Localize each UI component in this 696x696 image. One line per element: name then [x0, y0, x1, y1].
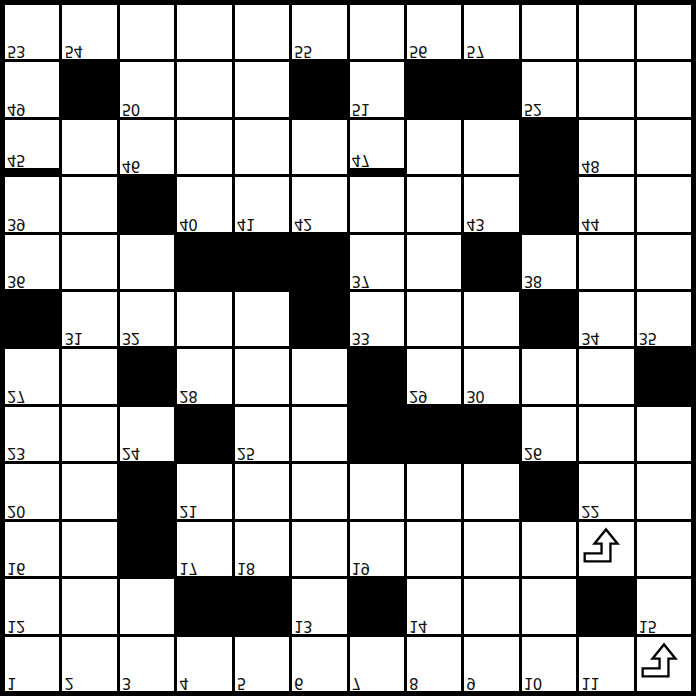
grid-cell-r1c9[interactable]: [522, 579, 576, 633]
clue-number-34: 34: [581, 331, 599, 347]
grid-cell-r2c4[interactable]: 18: [235, 522, 289, 576]
black-cell-r5c11: [637, 350, 691, 404]
clue-number-25: 25: [237, 445, 255, 461]
grid-cell-r11c10[interactable]: [579, 5, 633, 59]
grid-cell-r9c8[interactable]: [464, 120, 518, 174]
clue-number-3: 3: [122, 675, 131, 691]
grid-cell-r0c9[interactable]: 10: [522, 637, 576, 691]
grid-cell-r0c4[interactable]: 5: [235, 637, 289, 691]
grid-cell-r5c1[interactable]: [62, 350, 116, 404]
grid-cell-r5c10[interactable]: [579, 350, 633, 404]
grid-cell-r6c11[interactable]: 35: [637, 292, 691, 346]
grid-cell-r11c2[interactable]: [120, 5, 174, 59]
clue-number-23: 23: [7, 445, 25, 461]
grid-cell-r9c7[interactable]: [407, 120, 461, 174]
grid-cell-r4c5[interactable]: [292, 407, 346, 461]
black-cell-r1c10: [579, 579, 633, 633]
grid-cell-r11c0[interactable]: 53: [5, 5, 59, 59]
black-cell-r4c8: [464, 407, 518, 461]
grid-cell-r8c6[interactable]: [350, 177, 404, 231]
grid-cell-r11c4[interactable]: [235, 5, 289, 59]
grid-cell-r11c5[interactable]: 55: [292, 5, 346, 59]
puzzle-screen: 1234567891011121314151617181920212223242…: [0, 0, 696, 696]
grid-cell-r0c8[interactable]: 9: [464, 637, 518, 691]
grid-cell-r10c11[interactable]: [637, 62, 691, 116]
grid-cell-r2c6[interactable]: 19: [350, 522, 404, 576]
clue-number-45: 45: [7, 152, 25, 168]
clue-number-7: 7: [352, 675, 361, 691]
grid-cell-r9c11[interactable]: [637, 120, 691, 174]
grid-cell-r2c7[interactable]: [407, 522, 461, 576]
black-cell-r4c3: [177, 407, 231, 461]
clue-number-14: 14: [409, 618, 427, 634]
continuation-arrow-icon: [582, 525, 630, 573]
black-cell-r7c4: [235, 235, 289, 289]
black-cell-r9c9: [522, 120, 576, 174]
grid-cell-r3c1[interactable]: [62, 464, 116, 518]
black-cell-r10c7: [407, 62, 461, 116]
grid-cell-r7c6[interactable]: 37: [350, 235, 404, 289]
clue-number-18: 18: [237, 560, 255, 576]
grid-cell-r8c10[interactable]: 44: [579, 177, 633, 231]
black-cell-r1c4: [235, 579, 289, 633]
grid-cell-r7c0[interactable]: 36: [5, 235, 59, 289]
black-cell-r7c8: [464, 235, 518, 289]
clue-number-32: 32: [122, 331, 140, 347]
grid-cell-r11c7[interactable]: 56: [407, 5, 461, 59]
grid-cell-r3c6[interactable]: [350, 464, 404, 518]
grid-cell-r4c2[interactable]: 24: [120, 407, 174, 461]
grid-cell-r2c5[interactable]: [292, 522, 346, 576]
grid-cell-r11c9[interactable]: [522, 5, 576, 59]
clue-number-50: 50: [122, 101, 140, 117]
grid-cell-r5c0[interactable]: 27: [5, 350, 59, 404]
grid-cell-r4c10[interactable]: [579, 407, 633, 461]
grid-cell-r11c11[interactable]: [637, 5, 691, 59]
grid-cell-r4c1[interactable]: [62, 407, 116, 461]
grid-cell-r11c1[interactable]: 54: [62, 5, 116, 59]
grid-cell-r8c0[interactable]: 39: [5, 177, 59, 231]
grid-cell-r3c3[interactable]: 21: [177, 464, 231, 518]
grid-cell-r6c6[interactable]: 33: [350, 292, 404, 346]
grid-cell-r0c3[interactable]: 4: [177, 637, 231, 691]
grid-cell-r7c10[interactable]: [579, 235, 633, 289]
grid-cell-r7c7[interactable]: [407, 235, 461, 289]
grid-cell-r6c8[interactable]: [464, 292, 518, 346]
clue-number-28: 28: [179, 388, 197, 404]
grid-cell-r9c4[interactable]: [235, 120, 289, 174]
grid-cell-r2c9[interactable]: [522, 522, 576, 576]
clue-number-43: 43: [466, 216, 484, 232]
clue-number-27: 27: [7, 388, 25, 404]
grid-cell-r9c5[interactable]: [292, 120, 346, 174]
black-cell-r6c0: [5, 292, 59, 346]
grid-cell-r2c11[interactable]: [637, 522, 691, 576]
grid-cell-r7c1[interactable]: [62, 235, 116, 289]
clue-number-26: 26: [524, 445, 542, 461]
crossword-board: 1234567891011121314151617181920212223242…: [0, 0, 696, 696]
grid-cell-r7c9[interactable]: 38: [522, 235, 576, 289]
clue-number-2: 2: [64, 675, 73, 691]
grid-cell-r3c0[interactable]: 20: [5, 464, 59, 518]
grid-cell-r9c6[interactable]: 47: [350, 120, 404, 174]
grid-cell-r0c1[interactable]: 2: [62, 637, 116, 691]
grid-cell-r4c11[interactable]: [637, 407, 691, 461]
black-cell-r8c9: [522, 177, 576, 231]
grid-cell-r10c0[interactable]: 49: [5, 62, 59, 116]
grid-cell-r4c9[interactable]: 26: [522, 407, 576, 461]
grid-cell-r1c1[interactable]: [62, 579, 116, 633]
grid-cell-r0c0[interactable]: 1: [5, 637, 59, 691]
clue-number-35: 35: [639, 331, 657, 347]
black-cell-r1c3: [177, 579, 231, 633]
black-cell-r10c5: [292, 62, 346, 116]
clue-number-54: 54: [64, 43, 82, 59]
grid-cell-r9c0[interactable]: 45: [5, 120, 59, 174]
grid-cell-r8c1[interactable]: [62, 177, 116, 231]
grid-cell-r0c11[interactable]: [637, 637, 691, 691]
grid-cell-r2c1[interactable]: [62, 522, 116, 576]
clue-number-52: 52: [524, 101, 542, 117]
grid-cell-r7c11[interactable]: [637, 235, 691, 289]
clue-number-36: 36: [7, 273, 25, 289]
grid-cell-r0c6[interactable]: 7: [350, 637, 404, 691]
grid-cell-r2c0[interactable]: 16: [5, 522, 59, 576]
clue-number-1: 1: [7, 675, 16, 691]
grid-cell-r7c2[interactable]: [120, 235, 174, 289]
clue-number-47: 47: [352, 152, 370, 168]
clue-number-9: 9: [466, 675, 475, 691]
clue-number-46: 46: [122, 158, 140, 174]
black-cell-r3c2: [120, 464, 174, 518]
grid-cell-r5c5[interactable]: [292, 350, 346, 404]
clue-number-37: 37: [352, 273, 370, 289]
grid-cell-r0c7[interactable]: 8: [407, 637, 461, 691]
grid-cell-r6c1[interactable]: 31: [62, 292, 116, 346]
grid-cell-r6c10[interactable]: 34: [579, 292, 633, 346]
grid-cell-r3c5[interactable]: [292, 464, 346, 518]
grid-cell-r10c6[interactable]: 51: [350, 62, 404, 116]
grid-cell-r9c1[interactable]: [62, 120, 116, 174]
black-cell-r3c9: [522, 464, 576, 518]
clue-number-24: 24: [122, 445, 140, 461]
clue-number-12: 12: [7, 618, 25, 634]
clue-number-5: 5: [237, 675, 246, 691]
clue-number-15: 15: [639, 618, 657, 634]
grid-cell-r11c3[interactable]: [177, 5, 231, 59]
clue-number-11: 11: [581, 675, 599, 691]
black-cell-r7c3: [177, 235, 231, 289]
clue-number-16: 16: [7, 560, 25, 576]
grid-cell-r9c3[interactable]: [177, 120, 231, 174]
clue-number-21: 21: [179, 503, 197, 519]
grid-cell-r3c11[interactable]: [637, 464, 691, 518]
grid-cell-r9c2[interactable]: 46: [120, 120, 174, 174]
grid-cell-r10c9[interactable]: 52: [522, 62, 576, 116]
clue-number-33: 33: [352, 331, 370, 347]
black-cell-r10c8: [464, 62, 518, 116]
clue-number-57: 57: [466, 43, 484, 59]
grid-cell-r3c4[interactable]: [235, 464, 289, 518]
grid-cell-r2c3[interactable]: 17: [177, 522, 231, 576]
grid-cell-r5c7[interactable]: 29: [407, 350, 461, 404]
clue-number-30: 30: [466, 388, 484, 404]
clue-number-55: 55: [294, 43, 312, 59]
clue-number-22: 22: [581, 503, 599, 519]
grid-cell-r5c8[interactable]: 30: [464, 350, 518, 404]
grid-cell-r0c5[interactable]: 6: [292, 637, 346, 691]
clue-number-20: 20: [7, 503, 25, 519]
black-cell-r2c2: [120, 522, 174, 576]
grid-cell-r10c3[interactable]: [177, 62, 231, 116]
clue-number-29: 29: [409, 388, 427, 404]
clue-number-51: 51: [352, 101, 370, 117]
clue-number-17: 17: [179, 560, 197, 576]
grid-cell-r4c0[interactable]: 23: [5, 407, 59, 461]
grid-cell-r1c7[interactable]: 14: [407, 579, 461, 633]
grid-cell-r10c4[interactable]: [235, 62, 289, 116]
continuation-arrow-icon: [640, 640, 688, 688]
clue-number-13: 13: [294, 618, 312, 634]
grid-cell-r11c8[interactable]: 57: [464, 5, 518, 59]
grid-cell-r11c6[interactable]: [350, 5, 404, 59]
grid-cell-r8c4[interactable]: 41: [235, 177, 289, 231]
grid-cell-r10c10[interactable]: [579, 62, 633, 116]
clue-number-6: 6: [294, 675, 303, 691]
grid-cell-r0c10[interactable]: 11: [579, 637, 633, 691]
grid-cell-r5c3[interactable]: 28: [177, 350, 231, 404]
grid-cell-r3c10[interactable]: 22: [579, 464, 633, 518]
grid-cell-r6c2[interactable]: 32: [120, 292, 174, 346]
grid-cell-r1c5[interactable]: 13: [292, 579, 346, 633]
clue-number-49: 49: [7, 101, 25, 117]
black-cell-r5c2: [120, 350, 174, 404]
grid-cell-r8c7[interactable]: [407, 177, 461, 231]
black-cell-r6c9: [522, 292, 576, 346]
grid-cell-r6c3[interactable]: [177, 292, 231, 346]
grid-cell-r6c7[interactable]: [407, 292, 461, 346]
black-cell-r7c5: [292, 235, 346, 289]
grid-cell-r1c0[interactable]: 12: [5, 579, 59, 633]
clue-number-10: 10: [524, 675, 542, 691]
clue-number-48: 48: [581, 158, 599, 174]
black-cell-r6c5: [292, 292, 346, 346]
clue-number-53: 53: [7, 43, 25, 59]
grid-cell-r1c11[interactable]: 15: [637, 579, 691, 633]
grid-cell-r8c5[interactable]: 42: [292, 177, 346, 231]
black-cell-r4c7: [407, 407, 461, 461]
clue-number-40: 40: [179, 216, 197, 232]
grid-cell-r1c8[interactable]: [464, 579, 518, 633]
clue-number-42: 42: [294, 216, 312, 232]
grid-cell-r0c2[interactable]: 3: [120, 637, 174, 691]
clue-number-44: 44: [581, 216, 599, 232]
black-cell-r4c6: [350, 407, 404, 461]
grid-cell-r8c11[interactable]: [637, 177, 691, 231]
clue-number-19: 19: [352, 560, 370, 576]
black-cell-r10c1: [62, 62, 116, 116]
black-cell-r1c6: [350, 579, 404, 633]
black-cell-r5c6: [350, 350, 404, 404]
grid-cell-r10c2[interactable]: 50: [120, 62, 174, 116]
clue-number-38: 38: [524, 273, 542, 289]
grid-cell-r3c7[interactable]: [407, 464, 461, 518]
clue-number-31: 31: [64, 331, 82, 347]
clue-number-8: 8: [409, 675, 418, 691]
grid-cell-r5c4[interactable]: [235, 350, 289, 404]
clue-number-56: 56: [409, 43, 427, 59]
black-cell-r8c2: [120, 177, 174, 231]
clue-number-39: 39: [7, 216, 25, 232]
grid-cell-r1c2[interactable]: [120, 579, 174, 633]
grid-cell-r6c4[interactable]: [235, 292, 289, 346]
grid-cell-r9c10[interactable]: 48: [579, 120, 633, 174]
clue-number-41: 41: [237, 216, 255, 232]
grid-cell-r8c8[interactable]: 43: [464, 177, 518, 231]
grid-cell-r4c4[interactable]: 25: [235, 407, 289, 461]
grid-cell-r8c3[interactable]: 40: [177, 177, 231, 231]
grid-cell-r2c8[interactable]: [464, 522, 518, 576]
grid-cell-r5c9[interactable]: [522, 350, 576, 404]
clue-number-4: 4: [179, 675, 188, 691]
grid-cell-r3c8[interactable]: [464, 464, 518, 518]
grid-cell-r2c10[interactable]: [579, 522, 633, 576]
